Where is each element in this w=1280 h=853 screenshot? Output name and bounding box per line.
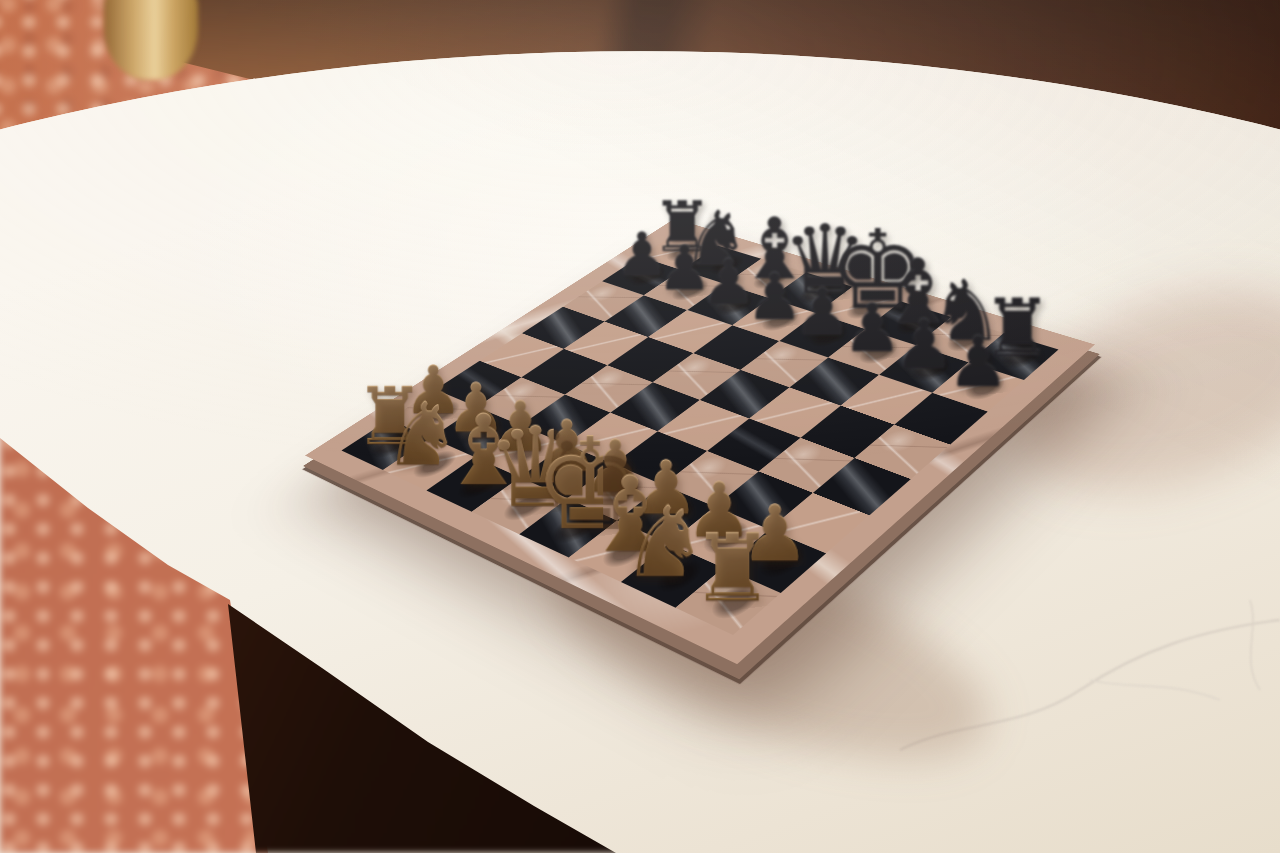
chess-board-3d-anchor: ♜♟♟♜♞♟♟♞♝♟♟♝♛♟♟♛♚♟♟♚♝♟♟♝♞♟♟♞♜♟♟♜	[381, 81, 1018, 718]
square-h1[interactable]: ♜	[676, 568, 781, 635]
chess-board[interactable]: ♜♟♟♜♞♟♟♞♝♟♟♝♛♟♟♛♚♟♟♚♝♟♟♝♞♟♟♞♜♟♟♜	[341, 233, 1058, 635]
square-h7[interactable]: ♟	[932, 362, 1024, 411]
photo-scene: ♜♟♟♜♞♟♟♞♝♟♟♝♛♟♟♛♚♟♟♚♝♟♟♝♞♟♟♞♜♟♟♜	[0, 0, 1280, 853]
square-h4[interactable]	[813, 458, 911, 515]
